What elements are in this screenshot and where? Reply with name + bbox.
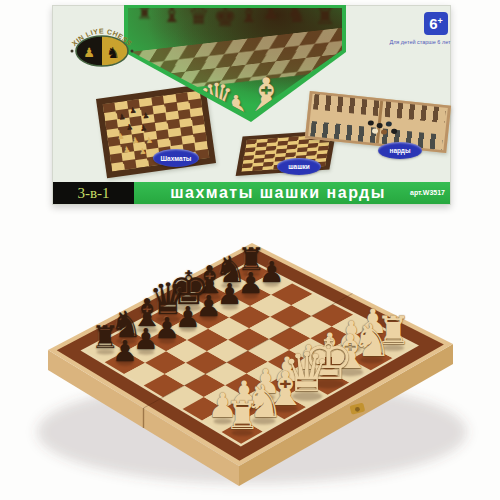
photo-black-piece: ♛ bbox=[188, 8, 210, 28]
callout-chess-label: Шахматы bbox=[161, 155, 192, 162]
thumbnail-chess-piece: ♟ bbox=[123, 146, 131, 155]
thumbnail-chess-piece: ♟ bbox=[118, 113, 126, 122]
bar-title-strip: шахматы шашки нарды арт.W3517 bbox=[134, 182, 450, 204]
logo-knight-icon: ♞ bbox=[106, 44, 119, 62]
age-badge: 6+ bbox=[424, 12, 448, 35]
bar-3v1-label: 3-в-1 bbox=[77, 185, 109, 202]
thumbnail-chess-piece: ♟ bbox=[145, 137, 153, 146]
photo-black-piece: ♟ bbox=[263, 8, 279, 22]
bar-title: шахматы шашки нарды bbox=[170, 184, 386, 202]
bar-article-number: арт.W3517 bbox=[410, 189, 445, 196]
box-bottom-bar: 3-в-1 шахматы шашки нарды арт.W3517 bbox=[53, 182, 450, 204]
callout-checkers: шашки bbox=[277, 158, 321, 175]
thumbnail-chess-piece: ♟ bbox=[125, 123, 133, 132]
brand-logo: XIN LIYE CHESS ♟ ♞ bbox=[69, 14, 135, 74]
callout-backgammon-label: нарды bbox=[389, 147, 410, 154]
callout-backgammon: нарды bbox=[378, 142, 422, 159]
thumbnail-chess-piece: ♟ bbox=[117, 133, 125, 142]
photo-black-piece: ♝ bbox=[239, 8, 259, 26]
callout-chess: Шахматы bbox=[153, 149, 199, 167]
bar-3v1: 3-в-1 bbox=[53, 182, 134, 204]
thumbnail-chess-piece: ♟ bbox=[131, 136, 139, 145]
age-badge-number: 6 bbox=[429, 15, 437, 32]
photo-black-piece: ♞ bbox=[286, 8, 306, 26]
thumbnail-chess-piece: ♟ bbox=[139, 124, 147, 133]
product-photo: XIN LIYE CHESS ♟ ♞ 6+ Для детей старше 6… bbox=[0, 0, 500, 500]
thumbnail-chess-board: ♟♟♟♟♟♟♟♟♟♟ bbox=[96, 84, 216, 179]
photo-black-piece: ♚ bbox=[214, 8, 237, 30]
photo-black-piece: ♜ bbox=[137, 8, 153, 22]
photo-black-piece: ♝ bbox=[162, 8, 182, 26]
backgammon-checkers bbox=[368, 120, 375, 126]
thumbnail-chess-piece: ♟ bbox=[142, 111, 150, 120]
callout-checkers-label: шашки bbox=[288, 163, 310, 170]
age-badge-plus: + bbox=[438, 16, 443, 26]
photo-black-piece: ♜ bbox=[314, 8, 336, 28]
logo-pawn-icon: ♟ bbox=[83, 45, 95, 60]
thumbnail-chess-piece: ♟ bbox=[129, 106, 137, 115]
thumbnail-chess-piece: ♟ bbox=[139, 148, 147, 157]
age-note: Для детей старше 6 лет bbox=[389, 39, 451, 45]
